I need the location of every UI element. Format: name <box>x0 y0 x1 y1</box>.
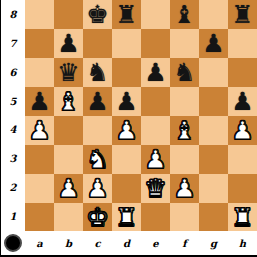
square-h3[interactable] <box>228 145 257 174</box>
square-h1[interactable]: ♜ <box>228 203 257 232</box>
file-label-g: g <box>199 231 228 255</box>
square-g6[interactable] <box>199 58 228 87</box>
square-e3[interactable]: ♟ <box>141 145 170 174</box>
rank-labels: 87654321 <box>1 0 25 231</box>
square-f3[interactable] <box>170 145 199 174</box>
black-rook[interactable]: ♜ <box>231 0 253 29</box>
board: ♚♜♝♜♟♟♛♞♟♞♟♝♟♟♟♟♟♝♟♞♟♟♟♛♟♚♜♜ <box>25 0 257 231</box>
black-pawn[interactable]: ♟ <box>144 58 166 87</box>
square-a8[interactable] <box>25 0 54 29</box>
square-f5[interactable] <box>170 87 199 116</box>
rank-label-8: 8 <box>1 0 25 29</box>
square-e6[interactable]: ♟ <box>141 58 170 87</box>
rank-label-6: 6 <box>1 58 25 87</box>
black-pawn[interactable]: ♟ <box>57 29 79 58</box>
white-pawn[interactable]: ♟ <box>57 174 79 203</box>
square-b8[interactable] <box>54 0 83 29</box>
black-pawn[interactable]: ♟ <box>202 29 224 58</box>
square-h2[interactable] <box>228 174 257 203</box>
square-a5[interactable]: ♟ <box>25 87 54 116</box>
square-h8[interactable]: ♜ <box>228 0 257 29</box>
square-c1[interactable]: ♚ <box>83 203 112 232</box>
file-label-f: f <box>170 231 199 255</box>
square-e8[interactable] <box>141 0 170 29</box>
black-rook[interactable]: ♜ <box>115 0 137 29</box>
white-queen[interactable]: ♛ <box>144 174 166 203</box>
black-bishop[interactable]: ♝ <box>173 0 195 29</box>
square-g5[interactable] <box>199 87 228 116</box>
rank-label-4: 4 <box>1 116 25 145</box>
black-knight[interactable]: ♞ <box>86 58 108 87</box>
square-b2[interactable]: ♟ <box>54 174 83 203</box>
file-label-e: e <box>141 231 170 255</box>
square-d6[interactable] <box>112 58 141 87</box>
square-f4[interactable]: ♝ <box>170 116 199 145</box>
square-a7[interactable] <box>25 29 54 58</box>
square-e4[interactable] <box>141 116 170 145</box>
file-labels: abcdefgh <box>25 231 257 255</box>
square-g3[interactable] <box>199 145 228 174</box>
square-a1[interactable] <box>25 203 54 232</box>
black-pawn[interactable]: ♟ <box>231 87 253 116</box>
white-pawn[interactable]: ♟ <box>86 174 108 203</box>
white-pawn[interactable]: ♟ <box>28 116 50 145</box>
square-e5[interactable] <box>141 87 170 116</box>
white-rook[interactable]: ♜ <box>231 203 253 232</box>
file-label-b: b <box>54 231 83 255</box>
square-d5[interactable]: ♟ <box>112 87 141 116</box>
square-a2[interactable] <box>25 174 54 203</box>
square-c7[interactable] <box>83 29 112 58</box>
square-c4[interactable] <box>83 116 112 145</box>
square-f6[interactable]: ♞ <box>170 58 199 87</box>
square-b1[interactable] <box>54 203 83 232</box>
file-label-c: c <box>83 231 112 255</box>
square-d1[interactable]: ♜ <box>112 203 141 232</box>
square-d3[interactable] <box>112 145 141 174</box>
black-king[interactable]: ♚ <box>86 0 108 29</box>
square-d2[interactable] <box>112 174 141 203</box>
square-h6[interactable] <box>228 58 257 87</box>
square-g2[interactable] <box>199 174 228 203</box>
white-pawn[interactable]: ♟ <box>231 116 253 145</box>
square-d7[interactable] <box>112 29 141 58</box>
rank-label-2: 2 <box>1 173 25 202</box>
square-f7[interactable] <box>170 29 199 58</box>
white-bishop[interactable]: ♝ <box>57 87 79 116</box>
white-bishop[interactable]: ♝ <box>173 116 195 145</box>
square-c5[interactable]: ♟ <box>83 87 112 116</box>
square-c2[interactable]: ♟ <box>83 174 112 203</box>
white-pawn[interactable]: ♟ <box>115 116 137 145</box>
rank-label-5: 5 <box>1 87 25 116</box>
square-g8[interactable] <box>199 0 228 29</box>
square-g1[interactable] <box>199 203 228 232</box>
square-d8[interactable]: ♜ <box>112 0 141 29</box>
square-g4[interactable] <box>199 116 228 145</box>
square-h5[interactable]: ♟ <box>228 87 257 116</box>
file-label-a: a <box>25 231 54 255</box>
white-knight[interactable]: ♞ <box>86 145 108 174</box>
rank-label-3: 3 <box>1 144 25 173</box>
white-rook[interactable]: ♜ <box>115 203 137 232</box>
black-pawn[interactable]: ♟ <box>28 87 50 116</box>
chess-board-frame: 87654321 ♚♜♝♜♟♟♛♞♟♞♟♝♟♟♟♟♟♝♟♞♟♟♟♛♟♚♜♜ ab… <box>0 0 257 257</box>
rank-label-1: 1 <box>1 202 25 231</box>
square-b3[interactable] <box>54 145 83 174</box>
square-f2[interactable]: ♟ <box>170 174 199 203</box>
square-e7[interactable] <box>141 29 170 58</box>
black-knight[interactable]: ♞ <box>173 58 195 87</box>
white-pawn[interactable]: ♟ <box>144 145 166 174</box>
rank-label-7: 7 <box>1 29 25 58</box>
square-h4[interactable]: ♟ <box>228 116 257 145</box>
file-label-d: d <box>112 231 141 255</box>
square-h7[interactable] <box>228 29 257 58</box>
black-pawn[interactable]: ♟ <box>115 87 137 116</box>
square-a6[interactable] <box>25 58 54 87</box>
square-e1[interactable] <box>141 203 170 232</box>
square-a3[interactable] <box>25 145 54 174</box>
square-d4[interactable]: ♟ <box>112 116 141 145</box>
white-pawn[interactable]: ♟ <box>173 174 195 203</box>
white-king[interactable]: ♚ <box>86 203 108 232</box>
move-indicator-cell <box>1 231 25 255</box>
black-pawn[interactable]: ♟ <box>86 87 108 116</box>
square-g7[interactable]: ♟ <box>199 29 228 58</box>
square-e2[interactable]: ♛ <box>141 174 170 203</box>
black-to-move-indicator <box>4 234 22 252</box>
square-b5[interactable]: ♝ <box>54 87 83 116</box>
square-f1[interactable] <box>170 203 199 232</box>
square-f8[interactable]: ♝ <box>170 0 199 29</box>
square-c6[interactable]: ♞ <box>83 58 112 87</box>
square-c3[interactable]: ♞ <box>83 145 112 174</box>
file-label-h: h <box>228 231 257 255</box>
square-a4[interactable]: ♟ <box>25 116 54 145</box>
square-b4[interactable] <box>54 116 83 145</box>
square-b7[interactable]: ♟ <box>54 29 83 58</box>
black-queen[interactable]: ♛ <box>57 58 79 87</box>
square-b6[interactable]: ♛ <box>54 58 83 87</box>
square-c8[interactable]: ♚ <box>83 0 112 29</box>
